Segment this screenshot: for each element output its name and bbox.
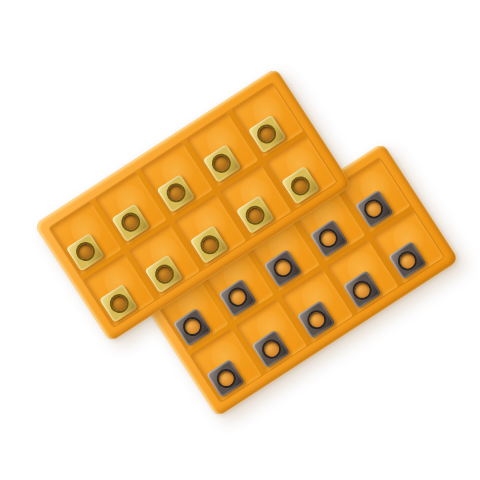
carbide-insert-dark: [264, 248, 303, 287]
carbide-insert-gold: [145, 255, 184, 294]
carbide-insert-gold: [99, 284, 138, 323]
carbide-insert-dark: [252, 330, 291, 369]
product-photo-canvas: [0, 0, 480, 480]
carbide-insert-dark: [297, 300, 336, 339]
insert-center-hole: [318, 228, 339, 249]
insert-center-hole: [120, 212, 141, 233]
insert-center-hole: [397, 250, 418, 271]
insert-center-hole: [290, 175, 311, 196]
carbide-insert-dark: [218, 278, 257, 317]
insert-center-hole: [261, 339, 282, 360]
carbide-insert-gold: [248, 114, 287, 153]
insert-center-hole: [257, 123, 278, 144]
carbide-insert-gold: [190, 225, 229, 264]
carbide-insert-gold: [202, 144, 241, 183]
carbide-insert-dark: [388, 241, 427, 280]
insert-center-hole: [245, 204, 266, 225]
insert-center-hole: [182, 316, 203, 337]
insert-center-hole: [364, 198, 385, 219]
carbide-insert-dark: [173, 307, 212, 346]
insert-center-hole: [211, 153, 232, 174]
carbide-insert-dark: [355, 189, 394, 228]
insert-center-hole: [108, 293, 129, 314]
insert-center-hole: [215, 368, 236, 389]
insert-center-hole: [273, 257, 294, 278]
carbide-insert-dark: [309, 219, 348, 258]
insert-center-hole: [166, 182, 187, 203]
insert-center-hole: [227, 287, 248, 308]
insert-center-hole: [306, 309, 327, 330]
carbide-insert-dark: [206, 359, 245, 398]
carbide-insert-gold: [111, 203, 150, 242]
insert-center-hole: [352, 279, 373, 300]
carbide-insert-gold: [236, 195, 275, 234]
insert-center-hole: [154, 264, 175, 285]
carbide-insert-gold: [157, 173, 196, 212]
insert-center-hole: [75, 241, 96, 262]
carbide-insert-gold: [66, 232, 105, 271]
insert-center-hole: [199, 234, 220, 255]
carbide-insert-dark: [343, 270, 382, 309]
carbide-insert-gold: [281, 166, 320, 205]
